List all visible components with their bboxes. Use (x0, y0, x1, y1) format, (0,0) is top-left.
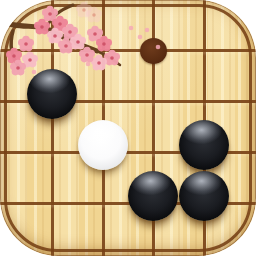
go-board[interactable] (0, 0, 256, 256)
white-stone (78, 120, 128, 170)
blossom-flowers (6, 2, 160, 76)
black-stone (27, 69, 77, 119)
black-stone (179, 171, 229, 221)
grid-line-vertical (51, 0, 54, 256)
grid-line-horizontal (0, 49, 256, 52)
black-stone (179, 120, 229, 170)
app-icon-canvas (0, 0, 256, 256)
black-stone (128, 171, 178, 221)
wood-knot (140, 38, 167, 64)
